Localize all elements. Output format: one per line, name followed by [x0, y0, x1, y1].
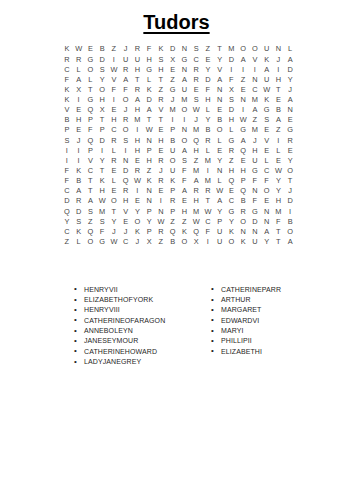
grid-cell: I [284, 206, 296, 216]
grid-cell: X [73, 85, 85, 95]
grid-cell: E [155, 145, 167, 155]
grid-cell: Y [132, 206, 144, 216]
grid-cell: E [108, 105, 120, 115]
grid-cell: J [284, 186, 296, 196]
grid-cell: O [261, 186, 273, 196]
grid-cell: M [190, 166, 202, 176]
grid-cell: V [61, 105, 73, 115]
grid-cell: B [237, 196, 249, 206]
grid-cell: Z [179, 216, 191, 226]
grid-cell: Q [85, 105, 97, 115]
grid-cell: H [120, 196, 132, 206]
grid-cell: Y [214, 156, 226, 166]
grid-cell: Q [167, 227, 179, 237]
grid-cell: K [179, 227, 191, 237]
grid-cell: C [226, 196, 238, 206]
grid-cell: S [120, 135, 132, 145]
grid-cell: R [284, 135, 296, 145]
grid-cell: R [155, 176, 167, 186]
grid-cell: F [273, 216, 285, 226]
grid-cell: K [143, 176, 155, 186]
grid-cell: E [284, 145, 296, 155]
grid-cell: H [132, 105, 144, 115]
grid-cell: I [120, 145, 132, 155]
grid-cell: H [249, 145, 261, 155]
grid-cell: T [155, 74, 167, 84]
grid-cell: F [249, 196, 261, 206]
grid-cell: N [214, 166, 226, 176]
grid-cell: O [85, 64, 97, 74]
grid-cell: F [226, 74, 238, 84]
grid-cell: H [226, 115, 238, 125]
grid-cell: R [132, 44, 144, 54]
grid-cell: I [61, 145, 73, 155]
grid-cell: I [73, 145, 85, 155]
grid-cell: Y [96, 156, 108, 166]
grid-cell: F [202, 227, 214, 237]
grid-cell: D [73, 206, 85, 216]
grid-cell: Y [226, 216, 238, 226]
grid-cell: A [120, 74, 132, 84]
bullet-icon: • [211, 306, 215, 314]
grid-cell: Z [273, 125, 285, 135]
grid-cell: R [132, 85, 144, 95]
grid-cell: P [143, 145, 155, 155]
grid-cell: T [273, 227, 285, 237]
grid-cell: G [261, 105, 273, 115]
grid-cell: L [261, 156, 273, 166]
grid-cell: L [73, 64, 85, 74]
grid-cell: D [120, 166, 132, 176]
word-search-grid: KWEBZJRFKDNSZTMOOUNLRRGDIUUHSXGCEYDAVKJA… [61, 44, 296, 247]
word-list-item: •CATHERINEPARR [211, 284, 281, 294]
grid-cell: J [249, 135, 261, 145]
grid-cell: A [284, 95, 296, 105]
grid-cell: K [143, 85, 155, 95]
grid-cell: H [237, 166, 249, 176]
grid-cell: A [132, 95, 144, 105]
grid-cell: Z [167, 216, 179, 226]
grid-cell: F [143, 44, 155, 54]
grid-cell: A [284, 54, 296, 64]
grid-cell: N [249, 186, 261, 196]
grid-cell: A [190, 176, 202, 186]
bullet-icon: • [211, 337, 215, 345]
grid-cell: G [226, 135, 238, 145]
word-list-item: •JANESEYMOUR [74, 336, 165, 346]
grid-cell: Z [237, 74, 249, 84]
grid-cell: A [249, 105, 261, 115]
grid-cell: R [132, 166, 144, 176]
grid-cell: A [214, 74, 226, 84]
grid-cell: A [261, 227, 273, 237]
grid-cell: W [143, 125, 155, 135]
grid-cell: S [155, 54, 167, 64]
grid-cell: U [179, 85, 191, 95]
grid-cell: V [85, 156, 97, 166]
grid-cell: O [167, 156, 179, 166]
word-list-item: •LADYJANEGREY [74, 356, 165, 366]
word-list-item: •ANNEBOLEYN [74, 325, 165, 335]
grid-cell: K [61, 95, 73, 105]
grid-cell: P [85, 115, 97, 125]
grid-cell: W [96, 196, 108, 206]
bullet-icon: • [74, 358, 78, 366]
grid-cell: C [120, 237, 132, 247]
grid-cell: B [273, 105, 285, 115]
grid-cell: D [249, 216, 261, 226]
grid-cell: M [179, 95, 191, 105]
grid-cell: F [261, 176, 273, 186]
grid-cell: N [143, 135, 155, 145]
grid-cell: N [179, 125, 191, 135]
grid-cell: B [96, 44, 108, 54]
grid-cell: D [96, 54, 108, 64]
grid-cell: L [73, 237, 85, 247]
grid-cell: A [273, 115, 285, 125]
grid-cell: E [73, 125, 85, 135]
grid-cell: M [273, 206, 285, 216]
grid-cell: G [284, 125, 296, 135]
grid-cell: E [167, 64, 179, 74]
grid-cell: R [190, 74, 202, 84]
grid-cell: C [61, 227, 73, 237]
grid-cell: G [226, 206, 238, 216]
grid-cell: D [226, 105, 238, 115]
grid-cell: Z [85, 216, 97, 226]
grid-cell: F [61, 176, 73, 186]
grid-cell: Y [96, 74, 108, 84]
grid-cell: B [167, 237, 179, 247]
bullet-icon: • [74, 316, 78, 324]
grid-cell: E [261, 145, 273, 155]
grid-cell: B [202, 125, 214, 135]
bullet-icon: • [211, 296, 215, 304]
grid-cell: E [273, 156, 285, 166]
grid-cell: I [249, 64, 261, 74]
grid-cell: I [202, 237, 214, 247]
grid-cell: S [96, 64, 108, 74]
grid-cell: W [214, 186, 226, 196]
grid-cell: S [85, 206, 97, 216]
grid-cell: Q [120, 176, 132, 186]
grid-cell: K [61, 44, 73, 54]
bullet-icon: • [74, 347, 78, 355]
grid-cell: C [249, 85, 261, 95]
word-label: CATHERINEPARR [221, 286, 281, 293]
grid-cell: L [273, 145, 285, 155]
grid-cell: S [190, 95, 202, 105]
word-label: JANESEYMOUR [84, 337, 138, 344]
grid-cell: T [108, 206, 120, 216]
grid-cell: D [284, 64, 296, 74]
grid-cell: R [73, 54, 85, 64]
grid-cell: T [155, 115, 167, 125]
grid-cell: R [73, 196, 85, 206]
word-label: HENRYVII [84, 286, 118, 293]
grid-cell: O [132, 216, 144, 226]
grid-cell: E [214, 105, 226, 115]
grid-cell: S [261, 115, 273, 125]
grid-cell: T [284, 176, 296, 186]
grid-cell: M [132, 115, 144, 125]
grid-cell: D [143, 95, 155, 105]
grid-cell: J [73, 135, 85, 145]
grid-cell: L [214, 176, 226, 186]
grid-cell: K [132, 227, 144, 237]
grid-cell: Y [261, 237, 273, 247]
grid-cell: S [190, 44, 202, 54]
grid-cell: G [179, 54, 191, 64]
grid-cell: G [85, 95, 97, 105]
grid-cell: E [190, 85, 202, 95]
grid-cell: Q [61, 206, 73, 216]
grid-cell: T [85, 85, 97, 95]
grid-cell: G [237, 125, 249, 135]
grid-cell: R [226, 145, 238, 155]
grid-cell: U [132, 54, 144, 64]
grid-cell: R [120, 186, 132, 196]
grid-cell: Z [61, 237, 73, 247]
grid-cell: E [214, 145, 226, 155]
word-lists: •HENRYVII•ELIZABETHOFYORK•HENRYVIII•CATH… [0, 284, 353, 374]
grid-cell: M [190, 125, 202, 135]
grid-cell: R [167, 196, 179, 206]
grid-cell: U [167, 145, 179, 155]
grid-cell: Z [155, 85, 167, 95]
grid-cell: K [96, 176, 108, 186]
grid-cell: R [108, 156, 120, 166]
grid-cell: O [179, 237, 191, 247]
grid-cell: R [202, 135, 214, 145]
grid-cell: X [143, 237, 155, 247]
grid-cell: T [214, 44, 226, 54]
grid-cell: J [273, 54, 285, 64]
grid-cell: A [214, 196, 226, 206]
grid-cell: A [143, 105, 155, 115]
grid-cell: R [190, 186, 202, 196]
grid-cell: G [249, 206, 261, 216]
grid-cell: H [155, 135, 167, 145]
grid-cell: N [214, 85, 226, 95]
worksheet-page: Tudors KWEBZJRFKDNSZTMOOUNLRRGDIUUHSXGCE… [0, 0, 353, 500]
grid-cell: E [237, 85, 249, 95]
grid-cell: D [61, 196, 73, 206]
grid-cell: Y [61, 216, 73, 226]
grid-cell: R [237, 206, 249, 216]
grid-cell: P [96, 125, 108, 135]
grid-cell: P [61, 125, 73, 135]
grid-cell: T [85, 176, 97, 186]
grid-cell: N [143, 196, 155, 206]
grid-cell: R [202, 186, 214, 196]
grid-cell: V [120, 206, 132, 216]
grid-cell: H [143, 156, 155, 166]
grid-cell: W [190, 216, 202, 226]
grid-cell: L [284, 44, 296, 54]
grid-cell: P [237, 176, 249, 186]
grid-cell: F [96, 227, 108, 237]
grid-cell: V [155, 105, 167, 115]
grid-cell: D [284, 196, 296, 206]
bullet-icon: • [211, 285, 215, 293]
grid-cell: P [167, 206, 179, 216]
grid-cell: L [202, 105, 214, 115]
grid-cell: P [85, 145, 97, 155]
grid-cell: O [85, 237, 97, 247]
grid-cell: U [249, 156, 261, 166]
grid-cell: G [167, 85, 179, 95]
grid-cell: V [108, 74, 120, 84]
word-label: CATHERINEHOWARD [84, 348, 157, 355]
grid-cell: J [120, 44, 132, 54]
grid-cell: K [226, 227, 238, 237]
grid-cell: E [202, 54, 214, 64]
grid-cell: T [132, 74, 144, 84]
grid-cell: F [179, 166, 191, 176]
grid-cell: L [85, 74, 97, 84]
word-list-item: •ELIZABETHI [211, 346, 281, 356]
grid-cell: M [226, 44, 238, 54]
grid-cell: T [273, 85, 285, 95]
grid-cell: N [261, 206, 273, 216]
grid-cell: E [237, 156, 249, 166]
grid-cell: Q [85, 227, 97, 237]
grid-cell: I [73, 95, 85, 105]
bullet-icon: • [74, 285, 78, 293]
grid-cell: S [61, 135, 73, 145]
grid-cell: L [226, 125, 238, 135]
grid-cell: Z [108, 44, 120, 54]
grid-cell: N [120, 156, 132, 166]
word-label: ARTHUR [221, 296, 251, 303]
grid-cell: O [179, 105, 191, 115]
bullet-icon: • [74, 306, 78, 314]
grid-cell: H [132, 64, 144, 74]
grid-cell: Z [167, 74, 179, 84]
bullet-icon: • [211, 316, 215, 324]
grid-cell: B [214, 115, 226, 125]
grid-cell: P [167, 186, 179, 196]
grid-cell: Q [85, 135, 97, 145]
grid-cell: Y [284, 156, 296, 166]
grid-cell: Y [273, 176, 285, 186]
grid-cell: S [96, 216, 108, 226]
grid-cell: G [85, 54, 97, 64]
grid-cell: H [108, 115, 120, 125]
grid-cell: N [249, 227, 261, 237]
grid-cell: K [237, 237, 249, 247]
grid-cell: N [155, 206, 167, 216]
grid-cell: R [155, 156, 167, 166]
grid-cell: X [226, 85, 238, 95]
grid-cell: I [167, 115, 179, 125]
grid-cell: K [155, 44, 167, 54]
grid-cell: F [85, 125, 97, 135]
word-label: MARGARET [221, 306, 261, 313]
grid-cell: L [214, 135, 226, 145]
grid-cell: T [202, 196, 214, 206]
grid-cell: I [237, 105, 249, 115]
grid-cell: E [108, 166, 120, 176]
grid-cell: E [261, 125, 273, 135]
grid-cell: R [61, 54, 73, 64]
grid-cell: G [96, 237, 108, 247]
grid-cell: J [284, 85, 296, 95]
grid-cell: A [237, 54, 249, 64]
grid-cell: K [73, 227, 85, 237]
grid-cell: I [273, 135, 285, 145]
grid-cell: E [155, 125, 167, 135]
grid-cell: V [249, 54, 261, 64]
grid-cell: H [132, 135, 144, 145]
grid-cell: C [85, 166, 97, 176]
grid-cell: I [108, 95, 120, 105]
grid-cell: I [61, 156, 73, 166]
grid-cell: E [226, 186, 238, 196]
grid-cell: C [61, 186, 73, 196]
grid-cell: W [190, 105, 202, 115]
grid-cell: R [155, 227, 167, 237]
word-list-item: •PHILLIPII [211, 336, 281, 346]
grid-cell: Y [214, 54, 226, 64]
grid-cell: K [167, 176, 179, 186]
bullet-icon: • [211, 327, 215, 335]
grid-cell: W [261, 85, 273, 95]
grid-cell: V [214, 64, 226, 74]
grid-cell: P [167, 125, 179, 135]
grid-cell: M [249, 125, 261, 135]
grid-cell: R [108, 135, 120, 145]
grid-cell: O [249, 44, 261, 54]
grid-cell: R [155, 95, 167, 105]
grid-cell: E [261, 196, 273, 206]
grid-cell: Y [214, 206, 226, 216]
grid-cell: U [214, 227, 226, 237]
word-list-item: •EDWARDVI [211, 315, 281, 325]
grid-cell: U [261, 44, 273, 54]
grid-cell: W [132, 176, 144, 186]
grid-cell: O [108, 196, 120, 206]
grid-cell: O [226, 237, 238, 247]
grid-cell: C [190, 54, 202, 64]
grid-cell: E [85, 44, 97, 54]
grid-cell: J [120, 227, 132, 237]
bullet-icon: • [211, 347, 215, 355]
grid-cell: J [120, 105, 132, 115]
grid-cell: J [108, 227, 120, 237]
grid-cell: A [179, 186, 191, 196]
grid-cell: L [108, 176, 120, 186]
grid-cell: H [155, 64, 167, 74]
grid-cell: O [237, 216, 249, 226]
grid-cell: Q [190, 227, 202, 237]
grid-cell: B [73, 176, 85, 186]
grid-cell: C [108, 125, 120, 135]
grid-cell: I [202, 166, 214, 176]
grid-cell: L [143, 74, 155, 84]
grid-cell: W [237, 115, 249, 125]
word-label: ELIZABETHOFYORK [84, 296, 153, 303]
grid-cell: I [237, 64, 249, 74]
grid-cell: C [202, 216, 214, 226]
grid-cell: L [202, 145, 214, 155]
word-list-item: •HENRYVIII [74, 305, 165, 315]
grid-cell: J [190, 115, 202, 125]
grid-cell: G [143, 64, 155, 74]
grid-cell: O [237, 44, 249, 54]
grid-cell: I [132, 186, 144, 196]
